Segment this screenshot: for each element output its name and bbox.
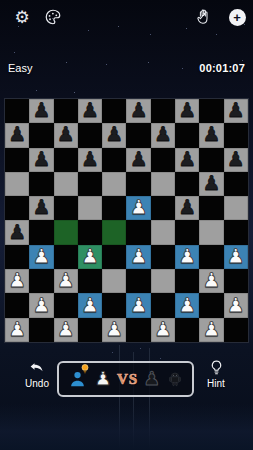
white-pawn: ♟ <box>130 246 148 268</box>
human-player <box>67 367 89 391</box>
white-pawn: ♟ <box>32 246 50 268</box>
black-pawn: ♟ <box>81 149 99 171</box>
cell-r10c5[interactable]: ♟ <box>102 318 126 342</box>
cell-r3c7[interactable] <box>151 148 175 172</box>
cell-r7c3[interactable] <box>54 245 78 269</box>
cell-r3c3[interactable] <box>54 148 78 172</box>
cell-r6c10[interactable] <box>224 220 248 244</box>
cell-r6c3[interactable] <box>54 220 78 244</box>
cell-r7c1[interactable] <box>5 245 29 269</box>
white-pawn: ♟ <box>154 319 172 341</box>
top-toolbar: ⚙ + <box>0 0 253 34</box>
hint-button[interactable]: Hint <box>194 358 238 389</box>
harbor-water <box>0 404 253 450</box>
cell-r8c2[interactable] <box>29 269 53 293</box>
black-pawn-icon: ♟ <box>143 369 160 390</box>
cell-r2c5[interactable]: ♟ <box>102 123 126 147</box>
black-pawn: ♟ <box>105 124 123 146</box>
cell-r9c5[interactable] <box>102 293 126 317</box>
cell-r4c5[interactable] <box>102 172 126 196</box>
cell-r5c6[interactable]: ♟ <box>126 196 150 220</box>
cell-r6c6[interactable] <box>126 220 150 244</box>
cell-r4c4[interactable] <box>78 172 102 196</box>
bottom-toolbar: Undo ♟ VS ♟ <box>0 356 253 402</box>
cell-r1c3[interactable] <box>54 99 78 123</box>
cell-r6c1[interactable]: ♟ <box>5 220 29 244</box>
cell-r5c10[interactable] <box>224 196 248 220</box>
black-pawn: ♟ <box>57 124 75 146</box>
hand-glyph <box>195 8 213 26</box>
palette-glyph <box>44 8 62 26</box>
cell-r9c7[interactable] <box>151 293 175 317</box>
cell-r4c2[interactable] <box>29 172 53 196</box>
black-pawn: ♟ <box>32 197 50 219</box>
cell-r3c5[interactable] <box>102 148 126 172</box>
hint-label: Hint <box>207 378 225 389</box>
players-vs-panel[interactable]: ♟ VS ♟ <box>57 361 194 397</box>
cell-r6c9[interactable] <box>199 220 223 244</box>
hand-icon[interactable] <box>193 6 215 28</box>
plus-circle: + <box>229 9 246 26</box>
white-pawn: ♟ <box>57 270 75 292</box>
white-pawn: ♟ <box>105 319 123 341</box>
cell-r6c2[interactable] <box>29 220 53 244</box>
cell-r6c7[interactable] <box>151 220 175 244</box>
cell-r10c10[interactable] <box>224 318 248 342</box>
cell-r8c5[interactable] <box>102 269 126 293</box>
cell-r4c3[interactable] <box>54 172 78 196</box>
black-pawn: ♟ <box>130 149 148 171</box>
cell-r2c3[interactable]: ♟ <box>54 123 78 147</box>
cell-r7c9[interactable] <box>199 245 223 269</box>
cell-r10c8[interactable] <box>175 318 199 342</box>
cell-r10c9[interactable]: ♟ <box>199 318 223 342</box>
cell-r8c4[interactable] <box>78 269 102 293</box>
cell-r1c5[interactable] <box>102 99 126 123</box>
cell-r5c9[interactable] <box>199 196 223 220</box>
cell-r2c8[interactable] <box>175 123 199 147</box>
cell-r9c1[interactable] <box>5 293 29 317</box>
cell-r1c4[interactable]: ♟ <box>78 99 102 123</box>
cell-r2c4[interactable] <box>78 123 102 147</box>
cell-r6c4[interactable] <box>78 220 102 244</box>
cell-r5c2[interactable]: ♟ <box>29 196 53 220</box>
cell-r7c4[interactable]: ♟ <box>78 245 102 269</box>
turn-indicator-bulb-icon <box>79 363 91 375</box>
black-pawn: ♟ <box>32 100 50 122</box>
cell-r1c6[interactable]: ♟ <box>126 99 150 123</box>
cell-r9c8[interactable]: ♟ <box>175 293 199 317</box>
white-pawn: ♟ <box>178 295 196 317</box>
black-pawn: ♟ <box>32 149 50 171</box>
black-pawn: ♟ <box>8 124 26 146</box>
cell-r4c9[interactable]: ♟ <box>199 172 223 196</box>
cell-r7c10[interactable]: ♟ <box>224 245 248 269</box>
cell-r2c9[interactable]: ♟ <box>199 123 223 147</box>
cell-r9c4[interactable]: ♟ <box>78 293 102 317</box>
cell-r2c7[interactable]: ♟ <box>151 123 175 147</box>
difficulty-label: Easy <box>8 62 32 74</box>
white-pawn: ♟ <box>203 270 221 292</box>
cell-r6c5[interactable] <box>102 220 126 244</box>
cell-r8c10[interactable] <box>224 269 248 293</box>
white-pawn: ♟ <box>57 319 75 341</box>
settings-gear-icon[interactable]: ⚙ <box>11 6 33 28</box>
cell-r5c3[interactable] <box>54 196 78 220</box>
cell-r5c5[interactable] <box>102 196 126 220</box>
cell-r5c8[interactable]: ♟ <box>175 196 199 220</box>
cell-r3c10[interactable]: ♟ <box>224 148 248 172</box>
cell-r5c4[interactable] <box>78 196 102 220</box>
white-pawn: ♟ <box>227 295 245 317</box>
cell-r10c6[interactable] <box>126 318 150 342</box>
cell-r5c1[interactable] <box>5 196 29 220</box>
cell-r4c1[interactable] <box>5 172 29 196</box>
cell-r5c7[interactable] <box>151 196 175 220</box>
cell-r3c8[interactable]: ♟ <box>175 148 199 172</box>
white-pawn: ♟ <box>130 295 148 317</box>
white-pawn: ♟ <box>8 319 26 341</box>
game-screen: ⚙ + Easy 00:01:07 ♟♟♟♟♟♟♟♟♟♟♟♟♟♟♟♟♟♟♟♟♟♟… <box>0 0 253 450</box>
cell-r9c2[interactable]: ♟ <box>29 293 53 317</box>
cell-r3c1[interactable] <box>5 148 29 172</box>
cell-r2c6[interactable] <box>126 123 150 147</box>
cell-r1c8[interactable]: ♟ <box>175 99 199 123</box>
black-pawn: ♟ <box>203 124 221 146</box>
cell-r8c9[interactable]: ♟ <box>199 269 223 293</box>
white-pawn: ♟ <box>32 295 50 317</box>
cell-r7c2[interactable]: ♟ <box>29 245 53 269</box>
cell-r8c3[interactable]: ♟ <box>54 269 78 293</box>
cell-r2c1[interactable]: ♟ <box>5 123 29 147</box>
black-pawn: ♟ <box>203 173 221 195</box>
cell-r1c10[interactable]: ♟ <box>224 99 248 123</box>
cell-r6c8[interactable] <box>175 220 199 244</box>
black-pawn: ♟ <box>227 149 245 171</box>
plus-glyph: + <box>233 11 241 24</box>
black-pawn: ♟ <box>178 197 196 219</box>
cell-r10c1[interactable]: ♟ <box>5 318 29 342</box>
cell-r4c10[interactable] <box>224 172 248 196</box>
white-pawn: ♟ <box>178 246 196 268</box>
black-pawn: ♟ <box>227 100 245 122</box>
black-pawn: ♟ <box>154 124 172 146</box>
cell-r1c1[interactable] <box>5 99 29 123</box>
vs-label: VS <box>117 371 138 388</box>
cell-r9c3[interactable] <box>54 293 78 317</box>
cell-r4c8[interactable] <box>175 172 199 196</box>
black-pawn: ♟ <box>130 100 148 122</box>
cell-r2c10[interactable] <box>224 123 248 147</box>
game-timer: 00:01:07 <box>199 62 245 74</box>
cell-r3c6[interactable]: ♟ <box>126 148 150 172</box>
white-pawn-icon: ♟ <box>95 369 112 390</box>
cell-r4c6[interactable] <box>126 172 150 196</box>
board: ♟♟♟♟♟♟♟♟♟♟♟♟♟♟♟♟♟♟♟♟♟♟♟♟♟♟♟♟♟♟♟♟♟♟♟♟♟♟ <box>4 98 249 343</box>
cell-r1c9[interactable] <box>199 99 223 123</box>
cell-r7c8[interactable]: ♟ <box>175 245 199 269</box>
cell-r10c4[interactable] <box>78 318 102 342</box>
cell-r3c2[interactable]: ♟ <box>29 148 53 172</box>
cell-r8c1[interactable]: ♟ <box>5 269 29 293</box>
white-pawn: ♟ <box>81 246 99 268</box>
cell-r10c2[interactable] <box>29 318 53 342</box>
white-pawn: ♟ <box>227 246 245 268</box>
cell-r1c2[interactable]: ♟ <box>29 99 53 123</box>
white-pawn: ♟ <box>8 270 26 292</box>
cell-r7c5[interactable] <box>102 245 126 269</box>
theme-palette-icon[interactable] <box>42 6 64 28</box>
cell-r10c3[interactable]: ♟ <box>54 318 78 342</box>
white-pawn: ♟ <box>130 197 148 219</box>
cell-r2c2[interactable] <box>29 123 53 147</box>
new-game-plus-icon[interactable]: + <box>226 6 248 28</box>
undo-label: Undo <box>25 378 49 389</box>
cell-r8c7[interactable] <box>151 269 175 293</box>
cell-r8c8[interactable] <box>175 269 199 293</box>
cell-r9c6[interactable]: ♟ <box>126 293 150 317</box>
white-pawn: ♟ <box>81 295 99 317</box>
cell-r4c7[interactable] <box>151 172 175 196</box>
cell-r8c6[interactable] <box>126 269 150 293</box>
cell-r9c10[interactable]: ♟ <box>224 293 248 317</box>
cell-r3c4[interactable]: ♟ <box>78 148 102 172</box>
undo-button[interactable]: Undo <box>15 360 59 389</box>
cell-r7c6[interactable]: ♟ <box>126 245 150 269</box>
white-pawn: ♟ <box>203 319 221 341</box>
hint-bulb-icon <box>208 358 225 377</box>
cell-r3c9[interactable] <box>199 148 223 172</box>
cell-r1c7[interactable] <box>151 99 175 123</box>
cell-r10c7[interactable]: ♟ <box>151 318 175 342</box>
android-robot-icon <box>166 370 184 389</box>
black-pawn: ♟ <box>178 100 196 122</box>
cell-r9c9[interactable] <box>199 293 223 317</box>
cell-r7c7[interactable] <box>151 245 175 269</box>
black-pawn: ♟ <box>178 149 196 171</box>
black-pawn: ♟ <box>8 222 26 244</box>
undo-arrow-icon <box>25 360 49 377</box>
black-pawn: ♟ <box>81 100 99 122</box>
